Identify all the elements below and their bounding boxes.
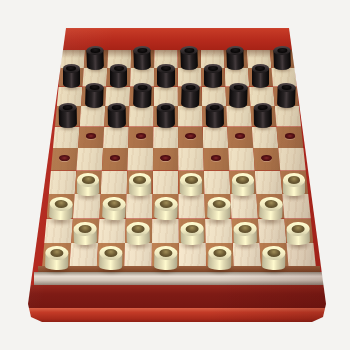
peg-hollow-center (281, 85, 291, 90)
peg-hollow-center (114, 66, 124, 71)
peg-hollow-center (137, 47, 147, 52)
white-peg[interactable] (287, 221, 310, 245)
peg-hole[interactable] (185, 133, 195, 139)
peg-hollow-center (184, 47, 194, 52)
peg-hollow-center (233, 85, 243, 90)
black-peg[interactable] (85, 83, 104, 108)
peg-top-rim (204, 64, 221, 73)
peg-top-rim (133, 83, 151, 92)
white-peg[interactable] (207, 197, 231, 221)
black-peg[interactable] (181, 83, 200, 108)
white-peg[interactable] (262, 246, 286, 270)
peg-hollow-center (111, 105, 122, 110)
peg-hollow-center (90, 47, 100, 52)
white-peg[interactable] (127, 221, 150, 245)
peg-top-rim (87, 45, 104, 54)
black-peg[interactable] (229, 83, 248, 108)
black-peg[interactable] (157, 64, 174, 88)
black-peg[interactable] (110, 64, 127, 88)
white-peg[interactable] (77, 173, 99, 196)
peg-hole[interactable] (235, 133, 245, 139)
white-peg[interactable] (129, 173, 151, 196)
peg-hollow-center (107, 200, 120, 208)
peg-hole[interactable] (261, 155, 272, 161)
white-peg[interactable] (283, 173, 305, 196)
peg-hollow-center (238, 225, 251, 233)
peg-hole[interactable] (110, 155, 121, 161)
black-peg[interactable] (277, 83, 296, 108)
peg-hollow-center (255, 66, 265, 71)
peg-top-rim (252, 64, 269, 73)
peg-hollow-center (63, 105, 74, 110)
peg-top-rim (226, 45, 243, 54)
peg-hollow-center (55, 200, 68, 208)
white-peg[interactable] (45, 246, 69, 270)
peg-hollow-center (264, 200, 277, 208)
black-peg[interactable] (156, 103, 174, 128)
peg-hole[interactable] (160, 155, 171, 161)
peg-top-rim (273, 45, 290, 54)
white-peg[interactable] (99, 246, 123, 270)
peg-top-rim (180, 45, 197, 54)
black-peg[interactable] (87, 45, 105, 69)
peg-hole[interactable] (86, 133, 96, 139)
peg-hole[interactable] (285, 133, 295, 139)
peg-top-rim (277, 83, 295, 92)
peg-hollow-center (185, 85, 195, 90)
peg-top-rim (129, 173, 151, 187)
photo-scene (0, 0, 350, 350)
peg-hollow-center (105, 249, 119, 257)
peg-top-rim (180, 221, 203, 236)
white-peg[interactable] (73, 221, 96, 245)
peg-hole[interactable] (211, 155, 222, 161)
peg-hollow-center (277, 47, 287, 52)
peg-hollow-center (66, 66, 76, 71)
pieces-layer (0, 0, 350, 350)
peg-hollow-center (160, 105, 171, 110)
peg-hollow-center (161, 66, 171, 71)
peg-hollow-center (78, 225, 91, 233)
peg-hollow-center (137, 85, 147, 90)
black-peg[interactable] (63, 64, 80, 88)
black-peg[interactable] (180, 45, 198, 69)
peg-top-rim (181, 83, 199, 92)
black-peg[interactable] (133, 45, 151, 69)
peg-hollow-center (50, 249, 64, 257)
white-peg[interactable] (49, 197, 73, 221)
peg-hollow-center (236, 176, 249, 184)
white-peg[interactable] (233, 221, 256, 245)
white-peg[interactable] (259, 197, 283, 221)
peg-top-rim (73, 221, 96, 236)
peg-top-rim (233, 221, 256, 236)
black-peg[interactable] (59, 103, 77, 128)
peg-hollow-center (292, 225, 305, 233)
peg-top-rim (229, 83, 247, 92)
peg-hollow-center (132, 225, 145, 233)
white-peg[interactable] (180, 221, 203, 245)
black-peg[interactable] (205, 103, 223, 128)
white-peg[interactable] (102, 197, 126, 221)
peg-hollow-center (133, 176, 146, 184)
black-peg[interactable] (252, 64, 269, 88)
white-peg[interactable] (208, 246, 232, 270)
peg-hollow-center (159, 200, 172, 208)
white-peg[interactable] (232, 173, 254, 196)
black-peg[interactable] (226, 45, 244, 69)
peg-hollow-center (159, 249, 173, 257)
peg-hollow-center (82, 176, 95, 184)
black-peg[interactable] (133, 83, 152, 108)
peg-top-rim (180, 173, 202, 187)
peg-top-rim (232, 173, 254, 187)
peg-hollow-center (208, 66, 218, 71)
peg-hole[interactable] (136, 133, 146, 139)
peg-top-rim (283, 173, 305, 187)
peg-top-rim (110, 64, 127, 73)
peg-hollow-center (212, 200, 225, 208)
peg-top-rim (157, 64, 174, 73)
peg-hollow-center (288, 176, 301, 184)
peg-top-rim (77, 173, 99, 187)
peg-hollow-center (185, 225, 198, 233)
peg-hollow-center (213, 249, 227, 257)
peg-hole[interactable] (59, 155, 70, 161)
peg-hollow-center (209, 105, 220, 110)
black-peg[interactable] (108, 103, 126, 128)
peg-hollow-center (230, 47, 240, 52)
peg-hollow-center (258, 105, 269, 110)
white-peg[interactable] (180, 173, 202, 196)
peg-hollow-center (267, 249, 281, 257)
white-peg[interactable] (154, 197, 178, 221)
black-peg[interactable] (273, 45, 291, 69)
game-tray (0, 0, 350, 350)
white-peg[interactable] (154, 246, 178, 270)
peg-top-rim (63, 64, 80, 73)
peg-top-rim (85, 83, 103, 92)
black-peg[interactable] (204, 64, 221, 88)
black-peg[interactable] (254, 103, 272, 128)
peg-top-rim (133, 45, 150, 54)
peg-hollow-center (185, 176, 198, 184)
peg-hollow-center (89, 85, 99, 90)
